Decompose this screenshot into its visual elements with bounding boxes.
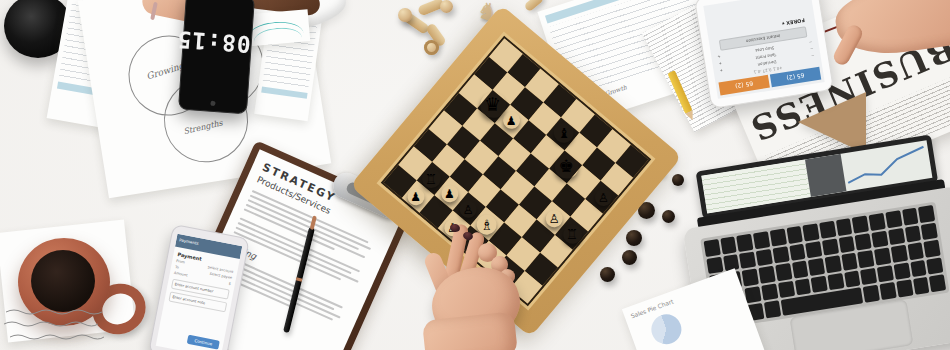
- desk-scene: Growing Strengths 08:15 STRATEGY Product…: [0, 0, 950, 350]
- laptop-key[interactable]: [789, 243, 806, 261]
- laptop-key[interactable]: [888, 228, 905, 246]
- laptop-key[interactable]: [770, 229, 787, 247]
- laptop-key[interactable]: [836, 218, 853, 236]
- laptop-key[interactable]: [825, 255, 842, 273]
- laptop-key[interactable]: [775, 263, 792, 281]
- laptop-key[interactable]: [778, 281, 795, 299]
- laptop-key[interactable]: [858, 250, 875, 268]
- captured-white-piece-base: [424, 40, 439, 55]
- captured-black-piece[interactable]: [662, 210, 675, 223]
- laptop-key[interactable]: [706, 256, 723, 274]
- laptop-key[interactable]: [893, 262, 910, 280]
- laptop-key[interactable]: [902, 208, 919, 226]
- laptop-key[interactable]: [704, 239, 721, 257]
- laptop-key[interactable]: [759, 266, 776, 284]
- laptop-key[interactable]: [926, 257, 943, 275]
- laptop-key[interactable]: [921, 222, 938, 240]
- captured-black-piece[interactable]: [600, 267, 615, 282]
- laptop-key[interactable]: [720, 236, 737, 254]
- laptop-key[interactable]: [907, 242, 924, 260]
- laptop-key[interactable]: [761, 283, 778, 301]
- captured-black-piece[interactable]: [626, 230, 642, 246]
- laptop-key[interactable]: [794, 278, 811, 296]
- laptop-key[interactable]: [838, 235, 855, 253]
- laptop-key[interactable]: [896, 280, 913, 298]
- phone-time: 08:15: [183, 27, 252, 58]
- laptop-key[interactable]: [737, 234, 754, 252]
- laptop-key[interactable]: [929, 275, 946, 293]
- laptop-key[interactable]: [874, 248, 891, 266]
- laptop-key[interactable]: [819, 221, 836, 239]
- pie-chart: [647, 310, 685, 348]
- laptop-key[interactable]: [822, 238, 839, 256]
- laptop-key[interactable]: [808, 258, 825, 276]
- laptop-key[interactable]: [904, 225, 921, 243]
- laptop-key[interactable]: [877, 265, 894, 283]
- laptop-key[interactable]: [869, 213, 886, 231]
- laptop-key[interactable]: [742, 269, 759, 287]
- laptop-key[interactable]: [792, 261, 809, 279]
- laptop-key[interactable]: [844, 270, 861, 288]
- laptop-key[interactable]: [863, 285, 880, 303]
- laptop-key[interactable]: [913, 277, 930, 295]
- laptop-key[interactable]: [786, 226, 803, 244]
- pie-chart-label: Sales Pie Chart: [630, 276, 734, 320]
- laptop-key[interactable]: [891, 245, 908, 263]
- coffee-surface: [31, 250, 95, 312]
- laptop-key[interactable]: [880, 282, 897, 300]
- laptop-key[interactable]: [811, 275, 828, 293]
- laptop-key[interactable]: [739, 251, 756, 269]
- captured-black-piece[interactable]: [622, 250, 637, 265]
- laptop-key[interactable]: [827, 273, 844, 291]
- laptop-key[interactable]: [745, 286, 762, 304]
- laptop-key[interactable]: [803, 223, 820, 241]
- phone-clock[interactable]: 08:15: [178, 0, 255, 114]
- laptop-key[interactable]: [871, 230, 888, 248]
- app-continue-button[interactable]: Continue: [187, 335, 220, 350]
- laptop-key[interactable]: [841, 253, 858, 271]
- laptop-key[interactable]: [885, 210, 902, 228]
- captured-white-pawn-head: [398, 8, 412, 22]
- captured-white-pawn-head: [440, 0, 453, 13]
- tablet-trading-app[interactable]: 65 (2) 65 (2) +0.1 0.27 -0.1 −Deviation+…: [694, 0, 834, 109]
- laptop-key[interactable]: [753, 231, 770, 249]
- laptop-key[interactable]: [910, 260, 927, 278]
- laptop-key[interactable]: [772, 246, 789, 264]
- laptop-key[interactable]: [852, 215, 869, 233]
- laptop-key[interactable]: [764, 301, 781, 319]
- laptop-key[interactable]: [855, 233, 872, 251]
- laptop-key[interactable]: [756, 249, 773, 267]
- laptop-key[interactable]: [860, 268, 877, 286]
- laptop-key[interactable]: [924, 240, 941, 258]
- handwritten-notes: [0, 304, 150, 350]
- phone-camera-dot: [210, 101, 215, 106]
- laptop-key[interactable]: [805, 241, 822, 259]
- laptop-key[interactable]: [918, 205, 935, 223]
